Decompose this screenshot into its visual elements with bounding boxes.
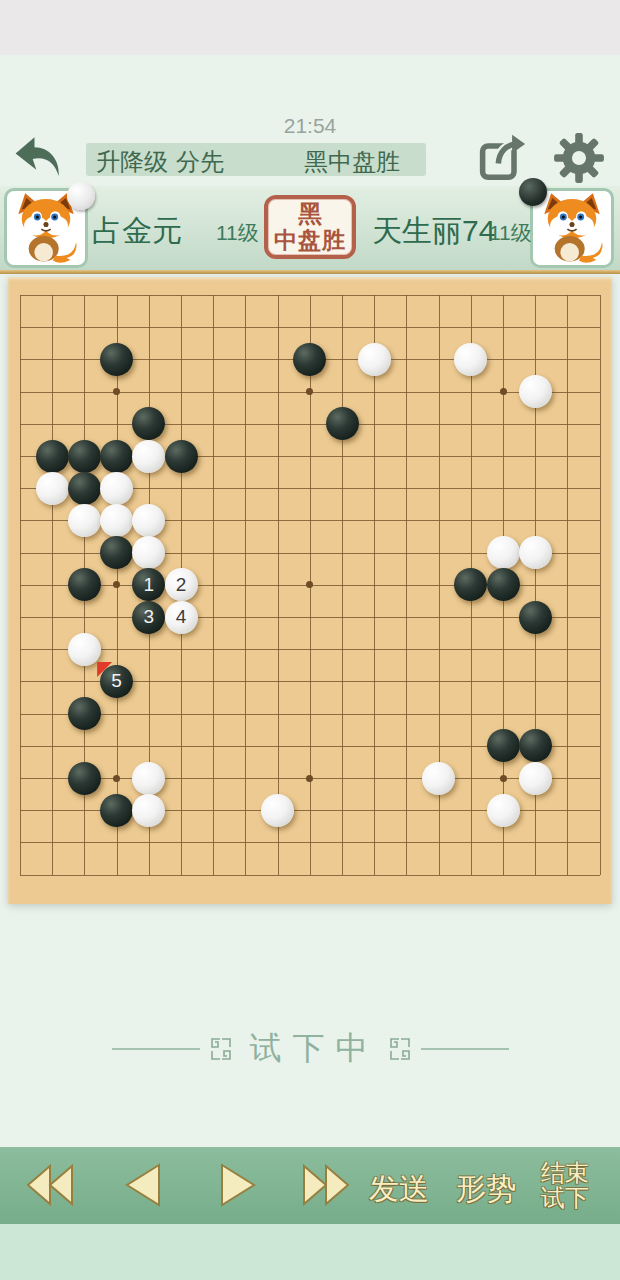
white-stone [100, 504, 133, 537]
divider-gold-line [0, 270, 620, 274]
result-seal-badge: 黑 中盘胜 [264, 195, 356, 259]
white-stone [519, 536, 552, 569]
grid-line [20, 617, 600, 618]
black-stone [293, 343, 326, 376]
black-stone [68, 472, 101, 505]
step-forward-button[interactable] [206, 1161, 266, 1209]
step-backward-icon [115, 1161, 175, 1209]
trial-banner-text: 试下中 [250, 1027, 379, 1071]
step-forward-icon [206, 1161, 266, 1209]
black-stone [68, 697, 101, 730]
move-number: 1 [132, 568, 165, 601]
move-number: 5 [100, 665, 133, 698]
share-button[interactable] [478, 132, 526, 182]
white-stone [132, 440, 165, 473]
white-stone [454, 343, 487, 376]
ornament-icon [389, 1037, 411, 1061]
grid-line [20, 649, 600, 650]
star-point [500, 775, 507, 782]
move-number: 4 [165, 601, 198, 634]
white-stone [519, 762, 552, 795]
black-stone [519, 601, 552, 634]
white-stone [358, 343, 391, 376]
grid-line [20, 714, 600, 715]
black-stone [68, 762, 101, 795]
white-stone [68, 633, 101, 666]
white-stone [68, 504, 101, 537]
end-trial-line1: 结束 [541, 1160, 589, 1185]
left-player-white-stone-icon [67, 182, 95, 210]
white-stone [132, 536, 165, 569]
send-button[interactable]: 发送 [369, 1169, 429, 1210]
share-icon [478, 132, 526, 182]
white-stone [487, 794, 520, 827]
fox-avatar-icon [533, 191, 611, 265]
white-stone: 4 [165, 601, 198, 634]
bottom-area [0, 1224, 620, 1280]
white-stone: 2 [165, 568, 198, 601]
white-stone [519, 375, 552, 408]
grid-line [567, 295, 568, 875]
black-stone: 3 [132, 601, 165, 634]
banner-rule-right [421, 1048, 509, 1050]
star-point [500, 388, 507, 395]
grid-line [374, 295, 375, 875]
white-stone [132, 794, 165, 827]
star-point [113, 775, 120, 782]
black-stone [326, 407, 359, 440]
left-player-name: 占金元 [92, 211, 182, 252]
black-stone [165, 440, 198, 473]
grid-line [20, 875, 600, 876]
star-point [306, 388, 313, 395]
left-player-rank: 11级 [216, 219, 259, 247]
top-strip [0, 0, 620, 55]
trial-banner: 试下中 [0, 1026, 620, 1072]
grid-line [600, 295, 601, 875]
black-stone [519, 729, 552, 762]
game-info-band: 升降级 分先 黑中盘胜 [86, 143, 426, 176]
white-stone [132, 504, 165, 537]
end-trial-line2: 试下 [541, 1185, 589, 1210]
back-arrow-icon [12, 134, 66, 182]
fast-backward-button[interactable] [20, 1161, 80, 1209]
black-stone [454, 568, 487, 601]
right-player-black-stone-icon [519, 178, 547, 206]
black-stone: 5 [100, 665, 133, 698]
black-stone [68, 568, 101, 601]
banner-rule-left [112, 1048, 200, 1050]
grid-line [342, 295, 343, 875]
star-point [113, 581, 120, 588]
end-trial-button[interactable]: 结束 试下 [541, 1160, 589, 1210]
handicap-label: 分先 [176, 146, 224, 178]
grid-line [20, 842, 600, 843]
right-player-rank: 11级 [489, 219, 532, 247]
fast-forward-icon [296, 1161, 356, 1209]
black-stone [36, 440, 69, 473]
status-time: 21:54 [0, 114, 620, 138]
gear-icon [553, 132, 605, 184]
white-stone [100, 472, 133, 505]
black-stone [132, 407, 165, 440]
back-button[interactable] [12, 134, 66, 182]
star-point [113, 388, 120, 395]
seal-line2: 中盘胜 [274, 227, 346, 253]
black-stone [487, 568, 520, 601]
move-number: 3 [132, 601, 165, 634]
star-point [306, 581, 313, 588]
black-stone [100, 536, 133, 569]
black-stone [68, 440, 101, 473]
black-stone [100, 440, 133, 473]
white-stone [36, 472, 69, 505]
grid-line [406, 295, 407, 875]
settings-button[interactable] [553, 132, 605, 184]
situation-button[interactable]: 形势 [456, 1169, 516, 1210]
game-type-label: 升降级 [96, 146, 168, 178]
ornament-icon [210, 1037, 232, 1061]
go-board[interactable]: 12345 [8, 277, 612, 904]
black-stone: 1 [132, 568, 165, 601]
white-stone [422, 762, 455, 795]
bottom-toolbar: 发送 形势 结束 试下 [0, 1147, 620, 1224]
black-stone [100, 794, 133, 827]
black-stone [100, 343, 133, 376]
app-screen: 21:54 升降级 分先 黑中盘胜 [0, 0, 620, 1280]
white-stone [132, 762, 165, 795]
step-backward-button[interactable] [115, 1161, 175, 1209]
move-number: 2 [165, 568, 198, 601]
star-point [306, 775, 313, 782]
black-stone [487, 729, 520, 762]
right-player-name: 天生丽74 [372, 211, 495, 252]
white-stone [261, 794, 294, 827]
white-stone [487, 536, 520, 569]
seal-line1: 黑 [298, 201, 322, 227]
fast-backward-icon [20, 1161, 80, 1209]
fast-forward-button[interactable] [296, 1161, 356, 1209]
result-label: 黑中盘胜 [304, 146, 400, 178]
